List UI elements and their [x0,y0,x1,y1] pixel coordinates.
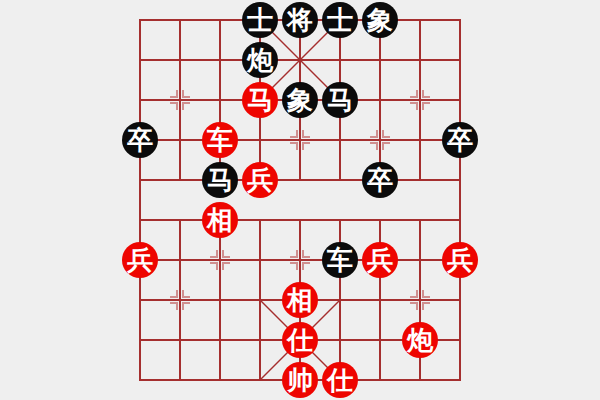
black-advisor[interactable]: 士 [322,2,358,38]
red-pawn[interactable]: 兵 [362,242,398,278]
black-pawn[interactable]: 卒 [122,122,158,158]
black-horse[interactable]: 马 [202,162,238,198]
black-elephant[interactable]: 象 [282,82,318,118]
red-chariot[interactable]: 车 [202,122,238,158]
black-cannon[interactable]: 炮 [242,42,278,78]
black-advisor[interactable]: 士 [242,2,278,38]
red-advisor[interactable]: 仕 [322,362,358,398]
black-chariot[interactable]: 车 [322,242,358,278]
red-horse[interactable]: 马 [242,82,278,118]
red-pawn[interactable]: 兵 [442,242,478,278]
red-elephant[interactable]: 相 [202,202,238,238]
xiangqi-board: 士将士象炮马象马卒车卒马兵卒相兵车兵兵相仕炮帅仕 [137,17,463,383]
red-elephant[interactable]: 相 [282,282,318,318]
black-pawn[interactable]: 卒 [442,122,478,158]
red-general[interactable]: 帅 [282,362,318,398]
pieces-layer: 士将士象炮马象马卒车卒马兵卒相兵车兵兵相仕炮帅仕 [120,0,480,400]
red-cannon[interactable]: 炮 [402,322,438,358]
red-advisor[interactable]: 仕 [282,322,318,358]
black-pawn[interactable]: 卒 [362,162,398,198]
red-pawn[interactable]: 兵 [122,242,158,278]
black-general[interactable]: 将 [282,2,318,38]
black-elephant[interactable]: 象 [362,2,398,38]
black-horse[interactable]: 马 [322,82,358,118]
red-pawn[interactable]: 兵 [242,162,278,198]
